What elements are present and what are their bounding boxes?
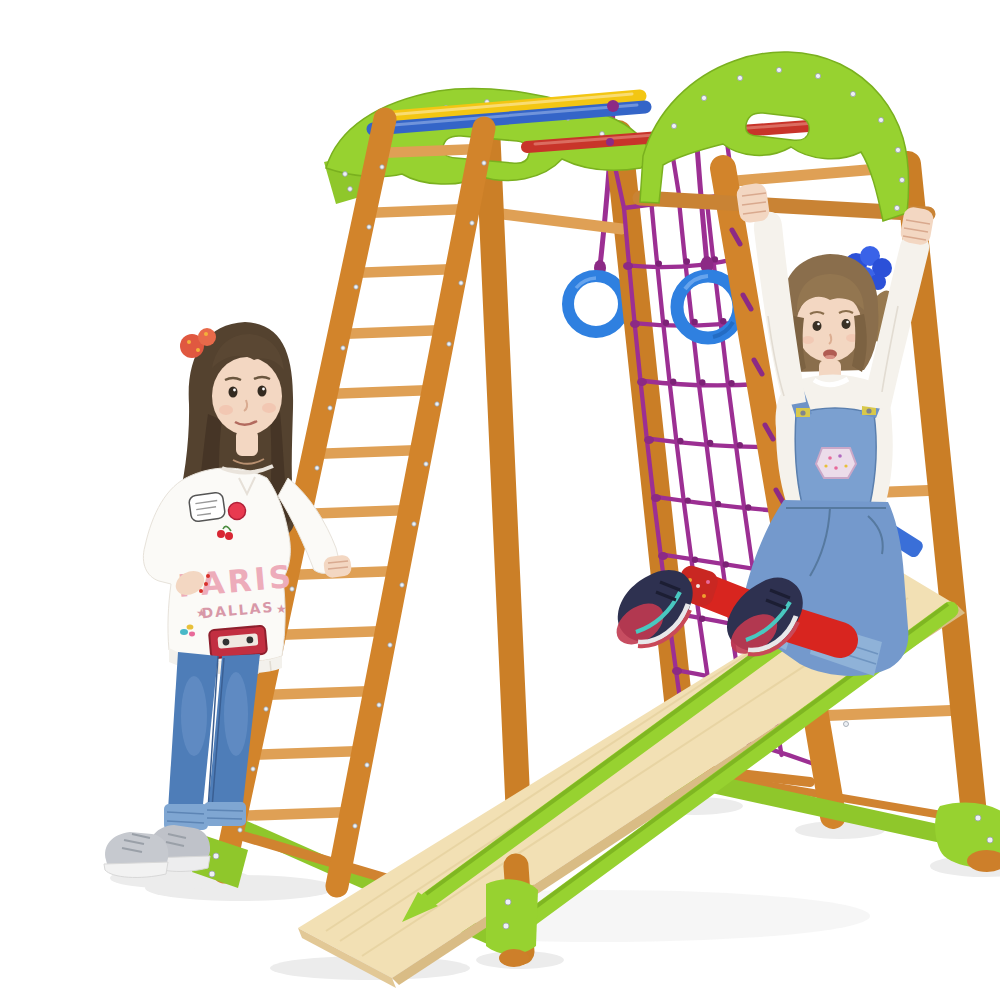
center-post <box>488 138 522 896</box>
shirt-star-right: ★ <box>276 602 287 616</box>
cassette-patch <box>209 626 267 659</box>
back-left-post <box>502 134 688 794</box>
face <box>212 357 282 435</box>
badge-pin <box>229 503 246 520</box>
badge-bubble <box>188 492 225 522</box>
product-photo: PARIS DALLAS ★ ★ <box>40 16 1000 1000</box>
shirt-star-left: ★ <box>196 606 207 620</box>
bib-label <box>816 448 856 478</box>
